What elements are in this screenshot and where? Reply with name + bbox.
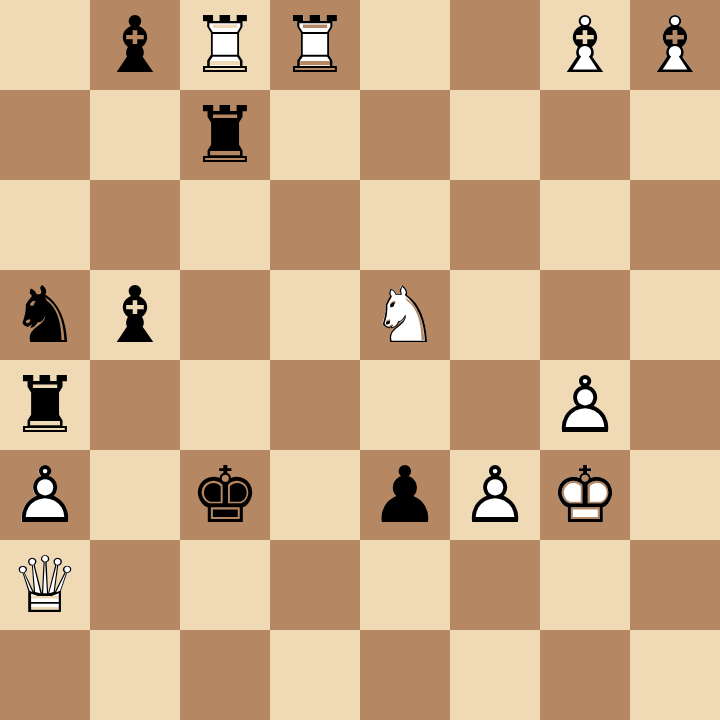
white-knight-icon: ♞ xyxy=(360,270,450,360)
square-g1[interactable] xyxy=(540,630,630,720)
white-bishop-icon: ♝ xyxy=(540,0,630,90)
square-e7[interactable] xyxy=(360,90,450,180)
square-d7[interactable] xyxy=(270,90,360,180)
square-f7[interactable] xyxy=(450,90,540,180)
square-c2[interactable] xyxy=(180,540,270,630)
square-h7[interactable] xyxy=(630,90,720,180)
square-a7[interactable] xyxy=(0,90,90,180)
black-rook-icon: ♜ xyxy=(0,360,90,450)
white-rook-outline-icon: ♖ xyxy=(180,0,270,90)
square-c5[interactable] xyxy=(180,270,270,360)
square-f8[interactable] xyxy=(450,0,540,90)
square-b4[interactable] xyxy=(90,360,180,450)
square-b8[interactable]: ♝ xyxy=(90,0,180,90)
white-pawn-icon: ♟ xyxy=(0,450,90,540)
white-pawn-outline-icon: ♙ xyxy=(450,450,540,540)
white-rook-icon: ♜ xyxy=(180,0,270,90)
square-f2[interactable] xyxy=(450,540,540,630)
square-b5[interactable]: ♝ xyxy=(90,270,180,360)
square-g5[interactable] xyxy=(540,270,630,360)
square-c1[interactable] xyxy=(180,630,270,720)
square-b7[interactable] xyxy=(90,90,180,180)
square-c7[interactable]: ♜ xyxy=(180,90,270,180)
white-queen-outline-icon: ♕ xyxy=(0,540,90,630)
square-h8[interactable]: ♝♗ xyxy=(630,0,720,90)
square-h2[interactable] xyxy=(630,540,720,630)
square-a6[interactable] xyxy=(0,180,90,270)
square-h4[interactable] xyxy=(630,360,720,450)
black-rook-icon: ♜ xyxy=(180,90,270,180)
white-pawn-outline-icon: ♙ xyxy=(0,450,90,540)
square-a1[interactable] xyxy=(0,630,90,720)
square-g2[interactable] xyxy=(540,540,630,630)
square-e1[interactable] xyxy=(360,630,450,720)
white-queen-icon: ♛ xyxy=(0,540,90,630)
square-d4[interactable] xyxy=(270,360,360,450)
square-b1[interactable] xyxy=(90,630,180,720)
square-c8[interactable]: ♜♖ xyxy=(180,0,270,90)
square-a4[interactable]: ♜ xyxy=(0,360,90,450)
square-c4[interactable] xyxy=(180,360,270,450)
square-h5[interactable] xyxy=(630,270,720,360)
square-d3[interactable] xyxy=(270,450,360,540)
square-f6[interactable] xyxy=(450,180,540,270)
black-pawn-icon: ♟ xyxy=(360,450,450,540)
white-king-icon: ♚ xyxy=(540,450,630,540)
square-c3[interactable]: ♚ xyxy=(180,450,270,540)
square-c6[interactable] xyxy=(180,180,270,270)
square-e5[interactable]: ♞♘ xyxy=(360,270,450,360)
square-d1[interactable] xyxy=(270,630,360,720)
square-d5[interactable] xyxy=(270,270,360,360)
square-a2[interactable]: ♛♕ xyxy=(0,540,90,630)
white-bishop-icon: ♝ xyxy=(630,0,720,90)
black-knight-icon: ♞ xyxy=(0,270,90,360)
black-king-icon: ♚ xyxy=(180,450,270,540)
square-g6[interactable] xyxy=(540,180,630,270)
white-rook-outline-icon: ♖ xyxy=(270,0,360,90)
square-f3[interactable]: ♟♙ xyxy=(450,450,540,540)
white-pawn-icon: ♟ xyxy=(450,450,540,540)
white-bishop-outline-icon: ♗ xyxy=(630,0,720,90)
square-b2[interactable] xyxy=(90,540,180,630)
square-g7[interactable] xyxy=(540,90,630,180)
black-bishop-icon: ♝ xyxy=(90,270,180,360)
square-g3[interactable]: ♚♔ xyxy=(540,450,630,540)
square-f4[interactable] xyxy=(450,360,540,450)
square-d8[interactable]: ♜♖ xyxy=(270,0,360,90)
square-e2[interactable] xyxy=(360,540,450,630)
square-b6[interactable] xyxy=(90,180,180,270)
square-g4[interactable]: ♟♙ xyxy=(540,360,630,450)
square-a5[interactable]: ♞ xyxy=(0,270,90,360)
square-h6[interactable] xyxy=(630,180,720,270)
white-bishop-outline-icon: ♗ xyxy=(540,0,630,90)
square-a8[interactable] xyxy=(0,0,90,90)
white-rook-icon: ♜ xyxy=(270,0,360,90)
black-bishop-icon: ♝ xyxy=(90,0,180,90)
square-d6[interactable] xyxy=(270,180,360,270)
square-e8[interactable] xyxy=(360,0,450,90)
square-a3[interactable]: ♟♙ xyxy=(0,450,90,540)
square-h3[interactable] xyxy=(630,450,720,540)
square-h1[interactable] xyxy=(630,630,720,720)
white-king-outline-icon: ♔ xyxy=(540,450,630,540)
white-knight-outline-icon: ♘ xyxy=(360,270,450,360)
square-d2[interactable] xyxy=(270,540,360,630)
white-pawn-outline-icon: ♙ xyxy=(540,360,630,450)
square-e6[interactable] xyxy=(360,180,450,270)
square-e3[interactable]: ♟ xyxy=(360,450,450,540)
square-f5[interactable] xyxy=(450,270,540,360)
square-g8[interactable]: ♝♗ xyxy=(540,0,630,90)
square-f1[interactable] xyxy=(450,630,540,720)
chess-board: ♝♜♖♜♖♝♗♝♗♜♞♝♞♘♜♟♙♟♙♚♟♟♙♚♔♛♕ xyxy=(0,0,720,720)
white-pawn-icon: ♟ xyxy=(540,360,630,450)
square-b3[interactable] xyxy=(90,450,180,540)
square-e4[interactable] xyxy=(360,360,450,450)
